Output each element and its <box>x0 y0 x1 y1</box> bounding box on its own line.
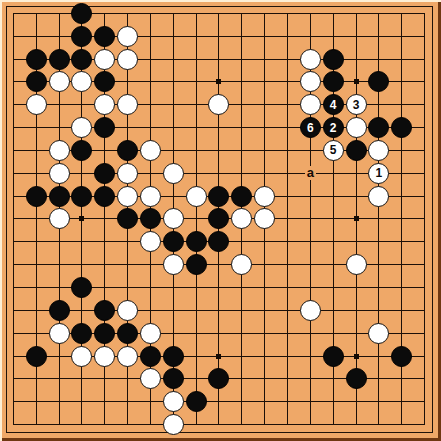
intersection[interactable] <box>2 25 25 48</box>
intersection[interactable] <box>367 253 390 276</box>
intersection[interactable] <box>139 413 162 436</box>
intersection[interactable] <box>93 208 116 231</box>
intersection[interactable] <box>413 253 436 276</box>
intersection[interactable] <box>230 139 253 162</box>
intersection[interactable] <box>390 253 413 276</box>
intersection[interactable] <box>185 413 208 436</box>
black-stone[interactable] <box>117 208 138 229</box>
black-stone[interactable] <box>186 391 207 412</box>
intersection[interactable] <box>185 322 208 345</box>
intersection[interactable] <box>2 390 25 413</box>
intersection[interactable] <box>230 276 253 299</box>
intersection[interactable] <box>276 185 299 208</box>
intersection[interactable] <box>185 71 208 94</box>
intersection[interactable] <box>48 253 71 276</box>
intersection[interactable] <box>322 322 345 345</box>
intersection[interactable] <box>2 2 25 25</box>
intersection[interactable] <box>71 162 94 185</box>
black-stone[interactable] <box>163 346 184 367</box>
intersection[interactable]: 3 <box>345 93 368 116</box>
intersection[interactable] <box>93 71 116 94</box>
intersection[interactable] <box>116 345 139 368</box>
intersection[interactable] <box>116 185 139 208</box>
intersection[interactable] <box>322 390 345 413</box>
intersection[interactable] <box>276 48 299 71</box>
intersection[interactable] <box>345 25 368 48</box>
intersection[interactable] <box>345 276 368 299</box>
intersection[interactable] <box>208 48 231 71</box>
intersection[interactable] <box>48 25 71 48</box>
intersection[interactable] <box>48 345 71 368</box>
intersection[interactable] <box>322 230 345 253</box>
black-stone[interactable] <box>117 323 138 344</box>
intersection[interactable] <box>345 139 368 162</box>
white-stone[interactable] <box>117 186 138 207</box>
intersection[interactable] <box>230 322 253 345</box>
intersection[interactable] <box>116 299 139 322</box>
intersection[interactable] <box>367 139 390 162</box>
intersection[interactable] <box>253 139 276 162</box>
intersection[interactable] <box>139 2 162 25</box>
intersection[interactable] <box>208 390 231 413</box>
intersection[interactable] <box>48 413 71 436</box>
intersection[interactable] <box>116 413 139 436</box>
intersection[interactable] <box>162 345 185 368</box>
black-stone[interactable] <box>49 186 70 207</box>
intersection[interactable] <box>345 185 368 208</box>
intersection[interactable] <box>162 93 185 116</box>
black-stone[interactable] <box>391 117 412 138</box>
intersection[interactable] <box>253 345 276 368</box>
white-stone[interactable] <box>71 117 92 138</box>
intersection[interactable] <box>93 2 116 25</box>
intersection[interactable] <box>116 116 139 139</box>
white-stone[interactable] <box>94 346 115 367</box>
intersection[interactable] <box>185 208 208 231</box>
intersection[interactable] <box>413 48 436 71</box>
black-stone[interactable] <box>140 346 161 367</box>
intersection[interactable] <box>230 162 253 185</box>
intersection[interactable] <box>253 299 276 322</box>
black-stone[interactable] <box>368 117 389 138</box>
intersection[interactable] <box>185 367 208 390</box>
intersection[interactable] <box>139 230 162 253</box>
intersection[interactable] <box>25 139 48 162</box>
intersection[interactable] <box>345 2 368 25</box>
intersection[interactable] <box>322 299 345 322</box>
intersection[interactable] <box>48 93 71 116</box>
black-stone[interactable] <box>26 346 47 367</box>
white-stone[interactable] <box>117 163 138 184</box>
intersection[interactable]: 4 <box>322 93 345 116</box>
intersection[interactable] <box>230 367 253 390</box>
black-stone[interactable] <box>71 3 92 24</box>
intersection[interactable] <box>413 139 436 162</box>
intersection[interactable] <box>345 48 368 71</box>
intersection[interactable] <box>162 162 185 185</box>
intersection[interactable] <box>2 208 25 231</box>
white-stone[interactable] <box>26 94 47 115</box>
intersection[interactable] <box>299 2 322 25</box>
intersection[interactable] <box>162 139 185 162</box>
intersection[interactable] <box>93 367 116 390</box>
intersection[interactable] <box>48 185 71 208</box>
white-stone[interactable] <box>71 346 92 367</box>
intersection[interactable] <box>25 48 48 71</box>
intersection[interactable] <box>93 93 116 116</box>
intersection[interactable] <box>345 116 368 139</box>
intersection[interactable] <box>276 139 299 162</box>
intersection[interactable] <box>48 116 71 139</box>
intersection[interactable] <box>185 25 208 48</box>
intersection[interactable] <box>299 276 322 299</box>
intersection[interactable]: a <box>299 162 322 185</box>
intersection[interactable] <box>71 185 94 208</box>
intersection[interactable] <box>139 208 162 231</box>
intersection[interactable] <box>367 230 390 253</box>
intersection[interactable] <box>162 71 185 94</box>
intersection[interactable] <box>71 345 94 368</box>
intersection[interactable] <box>367 299 390 322</box>
black-stone[interactable] <box>71 140 92 161</box>
black-stone[interactable] <box>94 26 115 47</box>
black-stone[interactable] <box>323 49 344 70</box>
black-stone[interactable] <box>71 26 92 47</box>
intersection[interactable] <box>276 253 299 276</box>
intersection[interactable] <box>390 367 413 390</box>
intersection[interactable] <box>322 413 345 436</box>
intersection[interactable] <box>185 185 208 208</box>
black-stone[interactable] <box>140 208 161 229</box>
intersection[interactable] <box>162 230 185 253</box>
intersection[interactable] <box>116 139 139 162</box>
intersection[interactable] <box>25 185 48 208</box>
white-stone[interactable] <box>140 186 161 207</box>
black-stone[interactable] <box>94 71 115 92</box>
intersection[interactable] <box>367 185 390 208</box>
intersection[interactable] <box>276 230 299 253</box>
intersection[interactable] <box>230 2 253 25</box>
intersection[interactable] <box>299 367 322 390</box>
intersection[interactable] <box>299 208 322 231</box>
intersection[interactable] <box>413 71 436 94</box>
intersection[interactable] <box>71 253 94 276</box>
intersection[interactable] <box>2 299 25 322</box>
white-stone[interactable] <box>94 94 115 115</box>
intersection[interactable] <box>116 390 139 413</box>
white-stone[interactable]: 3 <box>346 94 367 115</box>
intersection[interactable] <box>185 230 208 253</box>
intersection[interactable] <box>413 93 436 116</box>
intersection[interactable] <box>139 71 162 94</box>
intersection[interactable] <box>162 276 185 299</box>
black-stone[interactable] <box>94 117 115 138</box>
intersection[interactable] <box>276 2 299 25</box>
intersection[interactable] <box>299 413 322 436</box>
intersection[interactable] <box>25 367 48 390</box>
intersection[interactable] <box>185 2 208 25</box>
intersection[interactable] <box>390 276 413 299</box>
intersection[interactable] <box>230 208 253 231</box>
intersection[interactable] <box>413 322 436 345</box>
intersection[interactable] <box>71 367 94 390</box>
intersection[interactable] <box>25 2 48 25</box>
intersection[interactable] <box>185 48 208 71</box>
intersection[interactable] <box>322 208 345 231</box>
intersection[interactable] <box>367 413 390 436</box>
white-stone[interactable] <box>117 346 138 367</box>
intersection[interactable] <box>367 2 390 25</box>
intersection[interactable] <box>93 322 116 345</box>
intersection[interactable] <box>139 253 162 276</box>
intersection[interactable] <box>139 345 162 368</box>
black-stone[interactable] <box>94 323 115 344</box>
intersection[interactable] <box>208 25 231 48</box>
intersection[interactable] <box>48 48 71 71</box>
intersection[interactable] <box>48 230 71 253</box>
intersection[interactable] <box>253 71 276 94</box>
intersection[interactable] <box>367 345 390 368</box>
intersection[interactable] <box>25 413 48 436</box>
intersection[interactable] <box>185 390 208 413</box>
white-stone[interactable]: 5 <box>323 140 344 161</box>
intersection[interactable] <box>116 208 139 231</box>
intersection[interactable] <box>276 71 299 94</box>
intersection[interactable] <box>71 139 94 162</box>
white-stone[interactable] <box>368 323 389 344</box>
black-stone[interactable] <box>26 71 47 92</box>
intersection[interactable] <box>253 322 276 345</box>
intersection[interactable] <box>71 25 94 48</box>
black-stone[interactable]: 4 <box>323 94 344 115</box>
intersection[interactable] <box>71 116 94 139</box>
intersection[interactable] <box>367 25 390 48</box>
intersection[interactable] <box>413 345 436 368</box>
white-stone[interactable] <box>231 208 252 229</box>
intersection[interactable] <box>185 299 208 322</box>
intersection[interactable] <box>230 390 253 413</box>
white-stone[interactable] <box>117 26 138 47</box>
intersection[interactable] <box>413 116 436 139</box>
intersection[interactable] <box>93 25 116 48</box>
intersection[interactable] <box>93 253 116 276</box>
intersection[interactable] <box>71 93 94 116</box>
black-stone[interactable] <box>231 186 252 207</box>
intersection[interactable] <box>185 93 208 116</box>
white-stone[interactable] <box>208 94 229 115</box>
black-stone[interactable] <box>208 186 229 207</box>
intersection[interactable] <box>2 71 25 94</box>
intersection[interactable] <box>345 208 368 231</box>
white-stone[interactable] <box>300 49 321 70</box>
intersection[interactable] <box>116 230 139 253</box>
intersection[interactable] <box>139 299 162 322</box>
intersection[interactable] <box>253 367 276 390</box>
intersection[interactable] <box>390 230 413 253</box>
white-stone[interactable] <box>163 208 184 229</box>
black-stone[interactable]: 6 <box>300 117 321 138</box>
intersection[interactable] <box>413 162 436 185</box>
intersection[interactable] <box>208 253 231 276</box>
intersection[interactable] <box>185 116 208 139</box>
intersection[interactable] <box>299 345 322 368</box>
intersection[interactable] <box>139 139 162 162</box>
intersection[interactable] <box>71 230 94 253</box>
black-stone[interactable] <box>208 231 229 252</box>
intersection[interactable] <box>253 93 276 116</box>
intersection[interactable] <box>139 276 162 299</box>
white-stone[interactable] <box>254 186 275 207</box>
black-stone[interactable] <box>163 231 184 252</box>
intersection[interactable] <box>322 253 345 276</box>
black-stone[interactable] <box>71 186 92 207</box>
black-stone[interactable]: 2 <box>323 117 344 138</box>
intersection[interactable] <box>71 276 94 299</box>
intersection[interactable] <box>276 413 299 436</box>
intersection[interactable] <box>208 367 231 390</box>
intersection[interactable] <box>276 93 299 116</box>
intersection[interactable] <box>116 25 139 48</box>
white-stone[interactable] <box>140 368 161 389</box>
intersection[interactable] <box>93 116 116 139</box>
intersection[interactable] <box>367 93 390 116</box>
intersection[interactable] <box>162 185 185 208</box>
intersection[interactable] <box>71 208 94 231</box>
intersection[interactable] <box>71 71 94 94</box>
black-stone[interactable] <box>94 186 115 207</box>
intersection[interactable] <box>230 413 253 436</box>
black-stone[interactable] <box>26 49 47 70</box>
intersection[interactable] <box>367 276 390 299</box>
intersection[interactable] <box>413 367 436 390</box>
intersection[interactable] <box>230 48 253 71</box>
intersection[interactable] <box>230 116 253 139</box>
intersection[interactable] <box>390 162 413 185</box>
intersection[interactable] <box>93 139 116 162</box>
intersection[interactable] <box>116 322 139 345</box>
intersection[interactable] <box>93 390 116 413</box>
black-stone[interactable] <box>117 140 138 161</box>
intersection[interactable] <box>413 25 436 48</box>
intersection[interactable] <box>185 139 208 162</box>
white-stone[interactable] <box>300 300 321 321</box>
white-stone[interactable] <box>346 254 367 275</box>
intersection[interactable] <box>162 48 185 71</box>
intersection[interactable] <box>48 208 71 231</box>
intersection[interactable] <box>139 390 162 413</box>
intersection[interactable] <box>345 322 368 345</box>
intersection[interactable] <box>322 367 345 390</box>
intersection[interactable] <box>253 2 276 25</box>
black-stone[interactable] <box>94 300 115 321</box>
intersection[interactable] <box>25 322 48 345</box>
intersection[interactable] <box>230 345 253 368</box>
white-stone[interactable] <box>117 94 138 115</box>
intersection[interactable] <box>162 2 185 25</box>
intersection[interactable] <box>413 299 436 322</box>
intersection[interactable] <box>162 208 185 231</box>
intersection[interactable] <box>116 276 139 299</box>
intersection[interactable] <box>208 322 231 345</box>
black-stone[interactable] <box>368 71 389 92</box>
intersection[interactable] <box>322 25 345 48</box>
intersection[interactable] <box>230 71 253 94</box>
intersection[interactable] <box>2 367 25 390</box>
intersection[interactable] <box>162 413 185 436</box>
intersection[interactable] <box>116 71 139 94</box>
intersection[interactable] <box>230 299 253 322</box>
intersection[interactable] <box>208 276 231 299</box>
black-stone[interactable] <box>49 300 70 321</box>
intersection[interactable] <box>253 230 276 253</box>
white-stone[interactable] <box>49 163 70 184</box>
intersection[interactable] <box>116 2 139 25</box>
white-stone[interactable] <box>140 231 161 252</box>
intersection[interactable] <box>71 390 94 413</box>
intersection[interactable] <box>367 322 390 345</box>
black-stone[interactable] <box>71 277 92 298</box>
intersection[interactable] <box>162 390 185 413</box>
intersection[interactable] <box>2 230 25 253</box>
intersection[interactable] <box>139 25 162 48</box>
intersection[interactable] <box>25 345 48 368</box>
intersection[interactable] <box>71 299 94 322</box>
intersection[interactable] <box>2 116 25 139</box>
intersection[interactable] <box>185 345 208 368</box>
intersection[interactable] <box>390 71 413 94</box>
intersection[interactable] <box>322 276 345 299</box>
intersection[interactable] <box>208 185 231 208</box>
intersection[interactable] <box>413 208 436 231</box>
white-stone[interactable] <box>368 186 389 207</box>
intersection[interactable] <box>25 299 48 322</box>
white-stone[interactable] <box>254 208 275 229</box>
intersection[interactable] <box>208 299 231 322</box>
intersection[interactable] <box>253 185 276 208</box>
intersection[interactable] <box>162 367 185 390</box>
black-stone[interactable] <box>71 323 92 344</box>
white-stone[interactable] <box>346 117 367 138</box>
intersection[interactable] <box>253 413 276 436</box>
white-stone[interactable] <box>140 140 161 161</box>
intersection[interactable] <box>230 185 253 208</box>
intersection[interactable] <box>345 299 368 322</box>
intersection[interactable] <box>390 413 413 436</box>
intersection[interactable] <box>276 276 299 299</box>
intersection[interactable] <box>367 367 390 390</box>
black-stone[interactable] <box>346 140 367 161</box>
intersection[interactable] <box>71 413 94 436</box>
intersection[interactable] <box>48 299 71 322</box>
black-stone[interactable] <box>391 346 412 367</box>
intersection[interactable] <box>299 299 322 322</box>
intersection[interactable] <box>48 322 71 345</box>
black-stone[interactable] <box>208 208 229 229</box>
intersection[interactable] <box>25 276 48 299</box>
intersection[interactable] <box>2 345 25 368</box>
intersection[interactable] <box>208 2 231 25</box>
intersection[interactable] <box>48 390 71 413</box>
intersection[interactable] <box>299 185 322 208</box>
intersection[interactable] <box>299 93 322 116</box>
intersection[interactable] <box>230 93 253 116</box>
intersection[interactable] <box>2 139 25 162</box>
intersection[interactable] <box>413 390 436 413</box>
intersection[interactable] <box>367 71 390 94</box>
black-stone[interactable] <box>163 368 184 389</box>
intersection[interactable] <box>390 2 413 25</box>
intersection[interactable] <box>413 276 436 299</box>
